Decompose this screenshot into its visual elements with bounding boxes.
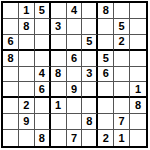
cell-r7c5[interactable] — [67, 98, 83, 114]
cell-r3c4[interactable] — [51, 35, 67, 51]
cell-r5c8[interactable] — [114, 67, 130, 83]
cell-r4c2[interactable] — [19, 51, 35, 67]
cell-r8c7[interactable] — [98, 114, 114, 130]
cell-r9c3[interactable]: 8 — [35, 130, 51, 146]
cell-r9c2[interactable] — [19, 130, 35, 146]
cell-r8c6[interactable]: 8 — [82, 114, 98, 130]
cell-r1c6[interactable] — [82, 3, 98, 19]
cell-r4c9[interactable] — [130, 51, 146, 67]
cell-r2c4[interactable]: 3 — [51, 19, 67, 35]
cell-r7c7[interactable] — [98, 98, 114, 114]
cell-r5c2[interactable] — [19, 67, 35, 83]
cell-r1c9[interactable] — [130, 3, 146, 19]
cell-r5c5[interactable] — [67, 67, 83, 83]
cell-r5c7[interactable]: 6 — [98, 67, 114, 83]
cell-r8c9[interactable] — [130, 114, 146, 130]
cell-r4c8[interactable] — [114, 51, 130, 67]
cell-r3c6[interactable]: 5 — [82, 35, 98, 51]
cell-r8c5[interactable] — [67, 114, 83, 130]
cell-r8c8[interactable]: 7 — [114, 114, 130, 130]
cell-r4c6[interactable] — [82, 51, 98, 67]
cell-r6c6[interactable] — [82, 82, 98, 98]
cell-r6c7[interactable] — [98, 82, 114, 98]
cell-r1c5[interactable]: 4 — [67, 3, 83, 19]
cell-r3c8[interactable]: 2 — [114, 35, 130, 51]
cell-r6c9[interactable]: 1 — [130, 82, 146, 98]
cell-r6c1[interactable] — [3, 82, 19, 98]
cell-r9c7[interactable]: 2 — [98, 130, 114, 146]
cell-r8c3[interactable] — [35, 114, 51, 130]
cell-r9c8[interactable]: 1 — [114, 130, 130, 146]
cell-r2c2[interactable]: 8 — [19, 19, 35, 35]
cell-r3c9[interactable] — [130, 35, 146, 51]
cell-r7c1[interactable] — [3, 98, 19, 114]
sudoku-board: 154883565286548366912189878721 — [1, 1, 148, 148]
cell-r1c4[interactable] — [51, 3, 67, 19]
cell-r9c4[interactable] — [51, 130, 67, 146]
cell-r5c4[interactable]: 8 — [51, 67, 67, 83]
cell-r1c2[interactable]: 1 — [19, 3, 35, 19]
cell-r2c8[interactable]: 5 — [114, 19, 130, 35]
cell-r3c1[interactable]: 6 — [3, 35, 19, 51]
cell-r8c1[interactable] — [3, 114, 19, 130]
cell-r7c8[interactable] — [114, 98, 130, 114]
cell-r5c9[interactable] — [130, 67, 146, 83]
cell-r6c4[interactable] — [51, 82, 67, 98]
cell-r5c1[interactable] — [3, 67, 19, 83]
cell-r4c1[interactable]: 8 — [3, 51, 19, 67]
cell-r2c5[interactable] — [67, 19, 83, 35]
cell-r1c8[interactable] — [114, 3, 130, 19]
cell-r6c5[interactable]: 9 — [67, 82, 83, 98]
cell-r5c6[interactable]: 3 — [82, 67, 98, 83]
cell-r7c4[interactable]: 1 — [51, 98, 67, 114]
cell-r4c5[interactable]: 6 — [67, 51, 83, 67]
cell-r3c3[interactable] — [35, 35, 51, 51]
cell-r4c3[interactable] — [35, 51, 51, 67]
cell-r5c3[interactable]: 4 — [35, 67, 51, 83]
cell-r8c2[interactable]: 9 — [19, 114, 35, 130]
cell-r1c1[interactable] — [3, 3, 19, 19]
cell-r7c2[interactable]: 2 — [19, 98, 35, 114]
cell-r2c7[interactable] — [98, 19, 114, 35]
cell-r6c3[interactable]: 6 — [35, 82, 51, 98]
cell-r7c3[interactable] — [35, 98, 51, 114]
cell-r2c9[interactable] — [130, 19, 146, 35]
cell-r2c1[interactable] — [3, 19, 19, 35]
cell-r7c6[interactable] — [82, 98, 98, 114]
cell-r4c7[interactable]: 5 — [98, 51, 114, 67]
cell-r3c7[interactable] — [98, 35, 114, 51]
cell-r1c3[interactable]: 5 — [35, 3, 51, 19]
cell-r9c1[interactable] — [3, 130, 19, 146]
cell-r6c2[interactable] — [19, 82, 35, 98]
cell-r3c5[interactable] — [67, 35, 83, 51]
cell-r6c8[interactable] — [114, 82, 130, 98]
cell-r1c7[interactable]: 8 — [98, 3, 114, 19]
cell-r3c2[interactable] — [19, 35, 35, 51]
cell-r9c9[interactable] — [130, 130, 146, 146]
cell-r7c9[interactable]: 8 — [130, 98, 146, 114]
cell-r2c6[interactable] — [82, 19, 98, 35]
cell-r4c4[interactable] — [51, 51, 67, 67]
cell-r8c4[interactable] — [51, 114, 67, 130]
cell-r9c5[interactable]: 7 — [67, 130, 83, 146]
cell-r2c3[interactable] — [35, 19, 51, 35]
cell-r9c6[interactable] — [82, 130, 98, 146]
